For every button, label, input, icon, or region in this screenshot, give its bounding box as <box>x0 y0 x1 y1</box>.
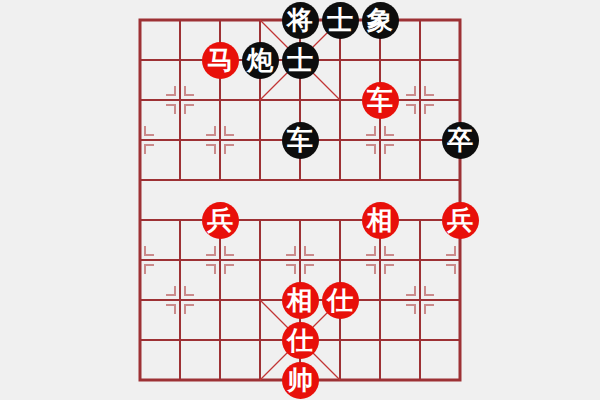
red-soldier-piece[interactable]: 兵 <box>442 202 479 239</box>
red-general-piece[interactable]: 帅 <box>282 362 319 399</box>
red-chariot-piece[interactable]: 车 <box>362 82 399 119</box>
black-advisor-piece[interactable]: 士 <box>322 2 359 39</box>
red-elephant-piece[interactable]: 相 <box>282 282 319 319</box>
red-elephant-piece[interactable]: 相 <box>362 202 399 239</box>
black-advisor-piece[interactable]: 士 <box>282 42 319 79</box>
black-general-piece[interactable]: 将 <box>282 2 319 39</box>
red-advisor-piece[interactable]: 仕 <box>282 322 319 359</box>
black-cannon-piece[interactable]: 炮 <box>242 42 279 79</box>
black-elephant-piece[interactable]: 象 <box>362 2 399 39</box>
piece-layer: 将士象马炮士车车卒兵相兵相仕仕帅 <box>0 0 600 400</box>
black-soldier-piece[interactable]: 卒 <box>442 122 479 159</box>
app-canvas: 将士象马炮士车车卒兵相兵相仕仕帅 <box>0 0 600 400</box>
black-chariot-piece[interactable]: 车 <box>282 122 319 159</box>
red-horse-piece[interactable]: 马 <box>202 42 239 79</box>
xiangqi-board[interactable]: 将士象马炮士车车卒兵相兵相仕仕帅 <box>0 0 600 400</box>
red-soldier-piece[interactable]: 兵 <box>202 202 239 239</box>
red-advisor-piece[interactable]: 仕 <box>322 282 359 319</box>
